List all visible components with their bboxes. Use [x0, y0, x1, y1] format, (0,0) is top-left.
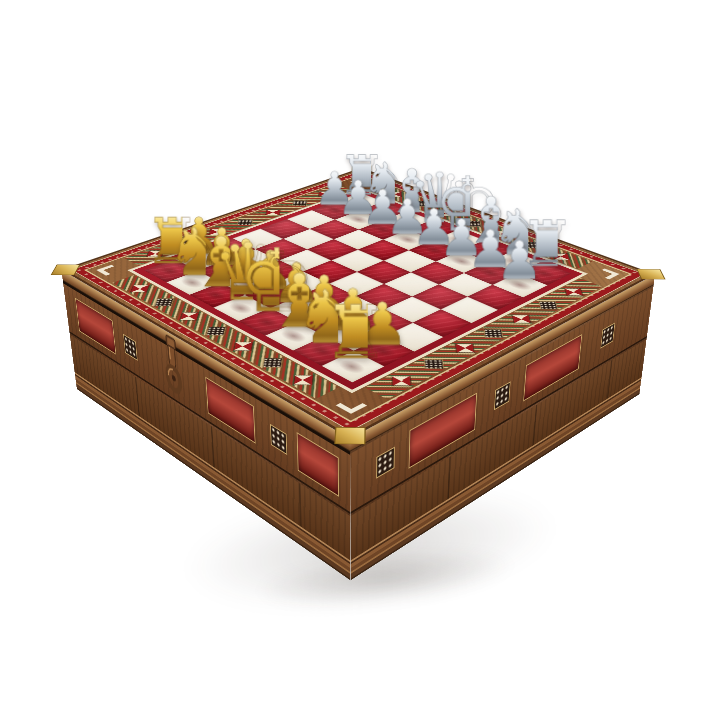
inlay-star: [270, 424, 287, 455]
inlay-star: [377, 446, 396, 478]
inlay-star: [600, 322, 615, 348]
mosaic-diamond: [388, 192, 402, 197]
mosaic-diamond: [454, 344, 474, 353]
rook-glyph: ♜: [323, 297, 367, 370]
mosaic-diamond: [318, 191, 333, 196]
mosaic-diamond: [538, 301, 558, 309]
mosaic-diamond: [413, 201, 428, 207]
inlay-star: [494, 381, 511, 410]
mosaic-diamond: [439, 210, 454, 216]
mosaic-diamond: [292, 200, 307, 206]
scene: ♜♞♝♛♚♝♞♜♟♟♟♟♟♟♟♟♟♟♟♟♟♟♟♟♜♞♝♛♚♝♞♜: [0, 0, 720, 720]
mosaic-diamond: [265, 209, 281, 215]
gold-corner-bracket: [335, 428, 364, 444]
pawn-glyph: ♟: [496, 234, 535, 286]
inlay-star: [123, 334, 137, 361]
